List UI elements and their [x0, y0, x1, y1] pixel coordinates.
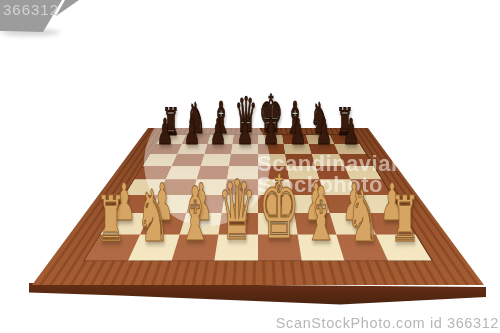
square-h8 [330, 135, 360, 144]
watermark-line2: Stockphoto [257, 174, 405, 195]
square-h3 [358, 195, 402, 213]
square-e1 [258, 235, 301, 261]
square-d1 [215, 235, 258, 261]
watermark-line1: Scandinavian [257, 153, 405, 174]
watermark-logo-disc [144, 100, 270, 226]
photo-credit-watermark: ScanStockPhoto.com id 366312 [276, 315, 499, 331]
stock-photo-canvas: ♜♞♝♛♚♝♞♜♟♟♟♟♟♟♟♟♟♟♟♟♟♟♟♟♜♞♝♛♚♝♞♜ Scandin… [0, 0, 500, 333]
photo-id-badge: 366312 [3, 1, 59, 18]
board-side-polygon [29, 283, 486, 305]
watermark-logo-text: Scandinavian Stockphoto [257, 153, 405, 195]
square-e3 [258, 195, 294, 213]
square-f3 [291, 195, 330, 213]
square-c1 [171, 235, 218, 261]
square-f8 [282, 135, 309, 144]
square-e2 [258, 213, 297, 234]
